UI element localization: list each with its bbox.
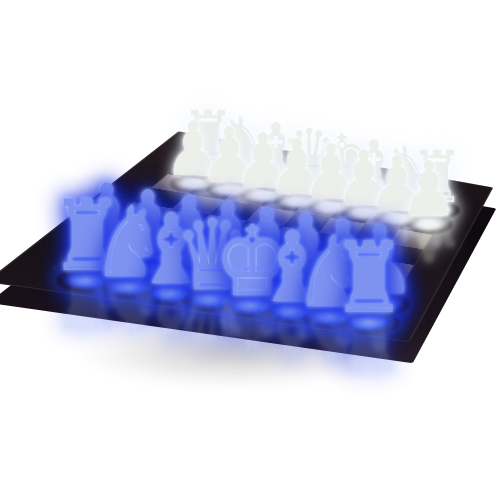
led-chess-set-photo: ♜♞♝♛♚♝♞♜♟♟♟♟♟♟♟♟♟♟♟♟♟♟♟♟♜♞♝♛♚♝♞♜ [0,0,500,500]
piece-blue-rook-h1[interactable]: ♜ [332,229,407,327]
pieces-layer: ♜♞♝♛♚♝♞♜♟♟♟♟♟♟♟♟♟♟♟♟♟♟♟♟♜♞♝♛♚♝♞♜ [0,0,500,500]
